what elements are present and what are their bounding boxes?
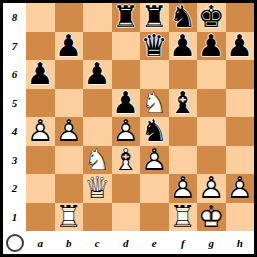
white-queen-c2[interactable]: ♛♕ (83, 174, 112, 203)
black-pawn-c6[interactable]: ♟ (83, 60, 112, 89)
white-pawn-e3[interactable]: ♟♙ (140, 146, 169, 175)
black-queen-e7[interactable]: ♛ (140, 32, 169, 61)
piece-glyph: ♜ (112, 3, 141, 32)
rank-label-7: 7 (3, 32, 26, 61)
piece-glyph-outline: ♙ (226, 174, 255, 203)
square-d2[interactable] (112, 174, 141, 203)
black-pawn-f7[interactable]: ♟ (169, 32, 198, 61)
piece-glyph-outline: ♙ (55, 117, 84, 146)
rank-label-4: 4 (3, 117, 26, 146)
square-e7[interactable]: ♛ (140, 32, 169, 61)
black-pawn-b7[interactable]: ♟ (55, 32, 84, 61)
square-a3[interactable] (26, 146, 55, 175)
square-h4[interactable] (226, 117, 255, 146)
piece-glyph: ♟ (83, 60, 112, 89)
black-pawn-a6[interactable]: ♟ (26, 60, 55, 89)
rank-label-2: 2 (3, 174, 26, 203)
square-f7[interactable]: ♟ (169, 32, 198, 61)
square-c6[interactable]: ♟ (83, 60, 112, 89)
square-g7[interactable]: ♟ (197, 32, 226, 61)
file-label-h: h (226, 231, 255, 254)
square-b6[interactable] (55, 60, 84, 89)
piece-glyph: ♟ (55, 32, 84, 61)
white-pawn-h2[interactable]: ♟♙ (226, 174, 255, 203)
side-to-move-corner (3, 231, 26, 254)
white-bishop-d3[interactable]: ♝♗ (112, 146, 141, 175)
square-c2[interactable]: ♛♕ (83, 174, 112, 203)
square-g1[interactable]: ♚♔ (197, 203, 226, 232)
file-label-d: d (112, 231, 141, 254)
piece-glyph-outline: ♔ (197, 203, 226, 232)
file-label-c: c (83, 231, 112, 254)
square-b4[interactable]: ♟♙ (55, 117, 84, 146)
square-e3[interactable]: ♟♙ (140, 146, 169, 175)
black-pawn-g7[interactable]: ♟ (197, 32, 226, 61)
white-to-move-indicator (6, 234, 24, 252)
square-e1[interactable] (140, 203, 169, 232)
square-g4[interactable] (197, 117, 226, 146)
square-h7[interactable]: ♟ (226, 32, 255, 61)
square-e2[interactable] (140, 174, 169, 203)
square-b1[interactable]: ♜♖ (55, 203, 84, 232)
square-c8[interactable] (83, 3, 112, 32)
chess-board[interactable]: ♜♜♞♚♟♛♟♟♟♟♟♟♞♘♝♟♙♟♙♟♙♞♞♘♝♗♟♙♛♕♟♙♟♙♟♙♜♖♜♖… (26, 3, 254, 231)
square-h6[interactable] (226, 60, 255, 89)
square-g5[interactable] (197, 89, 226, 118)
square-f5[interactable]: ♝ (169, 89, 198, 118)
square-b3[interactable] (55, 146, 84, 175)
rank-label-8: 8 (3, 3, 26, 32)
white-rook-f1[interactable]: ♜♖ (169, 203, 198, 232)
rank-labels: 87654321 (3, 3, 26, 231)
piece-glyph-outline: ♙ (26, 117, 55, 146)
black-pawn-h7[interactable]: ♟ (226, 32, 255, 61)
square-b7[interactable]: ♟ (55, 32, 84, 61)
rank-label-6: 6 (3, 60, 26, 89)
square-h1[interactable] (226, 203, 255, 232)
white-rook-b1[interactable]: ♜♖ (55, 203, 84, 232)
piece-glyph-outline: ♕ (83, 174, 112, 203)
rank-label-1: 1 (3, 203, 26, 232)
black-rook-d8[interactable]: ♜ (112, 3, 141, 32)
piece-glyph-outline: ♗ (112, 146, 141, 175)
square-c1[interactable] (83, 203, 112, 232)
file-label-g: g (197, 231, 226, 254)
chess-diagram: 87654321 ♜♜♞♚♟♛♟♟♟♟♟♟♞♘♝♟♙♟♙♟♙♞♞♘♝♗♟♙♛♕♟… (0, 0, 257, 257)
square-h5[interactable] (226, 89, 255, 118)
square-d7[interactable] (112, 32, 141, 61)
file-label-a: a (26, 231, 55, 254)
square-g6[interactable] (197, 60, 226, 89)
piece-glyph: ♛ (140, 32, 169, 61)
white-pawn-a4[interactable]: ♟♙ (26, 117, 55, 146)
piece-glyph: ♟ (26, 60, 55, 89)
piece-glyph: ♟ (169, 32, 198, 61)
piece-glyph-outline: ♙ (140, 146, 169, 175)
white-king-g1[interactable]: ♚♔ (197, 203, 226, 232)
square-d1[interactable] (112, 203, 141, 232)
white-pawn-b4[interactable]: ♟♙ (55, 117, 84, 146)
square-f4[interactable] (169, 117, 198, 146)
square-f1[interactable]: ♜♖ (169, 203, 198, 232)
square-d3[interactable]: ♝♗ (112, 146, 141, 175)
square-a4[interactable]: ♟♙ (26, 117, 55, 146)
square-d8[interactable]: ♜ (112, 3, 141, 32)
piece-glyph-outline: ♖ (55, 203, 84, 232)
square-a6[interactable]: ♟ (26, 60, 55, 89)
black-bishop-f5[interactable]: ♝ (169, 89, 198, 118)
rank-label-5: 5 (3, 89, 26, 118)
square-a2[interactable] (26, 174, 55, 203)
square-c5[interactable] (83, 89, 112, 118)
file-label-f: f (169, 231, 198, 254)
square-a1[interactable] (26, 203, 55, 232)
piece-glyph: ♟ (226, 32, 255, 61)
piece-glyph: ♟ (197, 32, 226, 61)
file-label-e: e (140, 231, 169, 254)
square-h2[interactable]: ♟♙ (226, 174, 255, 203)
square-a8[interactable] (26, 3, 55, 32)
rank-label-3: 3 (3, 146, 26, 175)
file-labels: abcdefgh (26, 231, 254, 254)
piece-glyph-outline: ♖ (169, 203, 198, 232)
board-with-coordinates: 87654321 ♜♜♞♚♟♛♟♟♟♟♟♟♞♘♝♟♙♟♙♟♙♞♞♘♝♗♟♙♛♕♟… (3, 3, 254, 254)
file-label-b: b (55, 231, 84, 254)
piece-glyph: ♝ (169, 89, 198, 118)
